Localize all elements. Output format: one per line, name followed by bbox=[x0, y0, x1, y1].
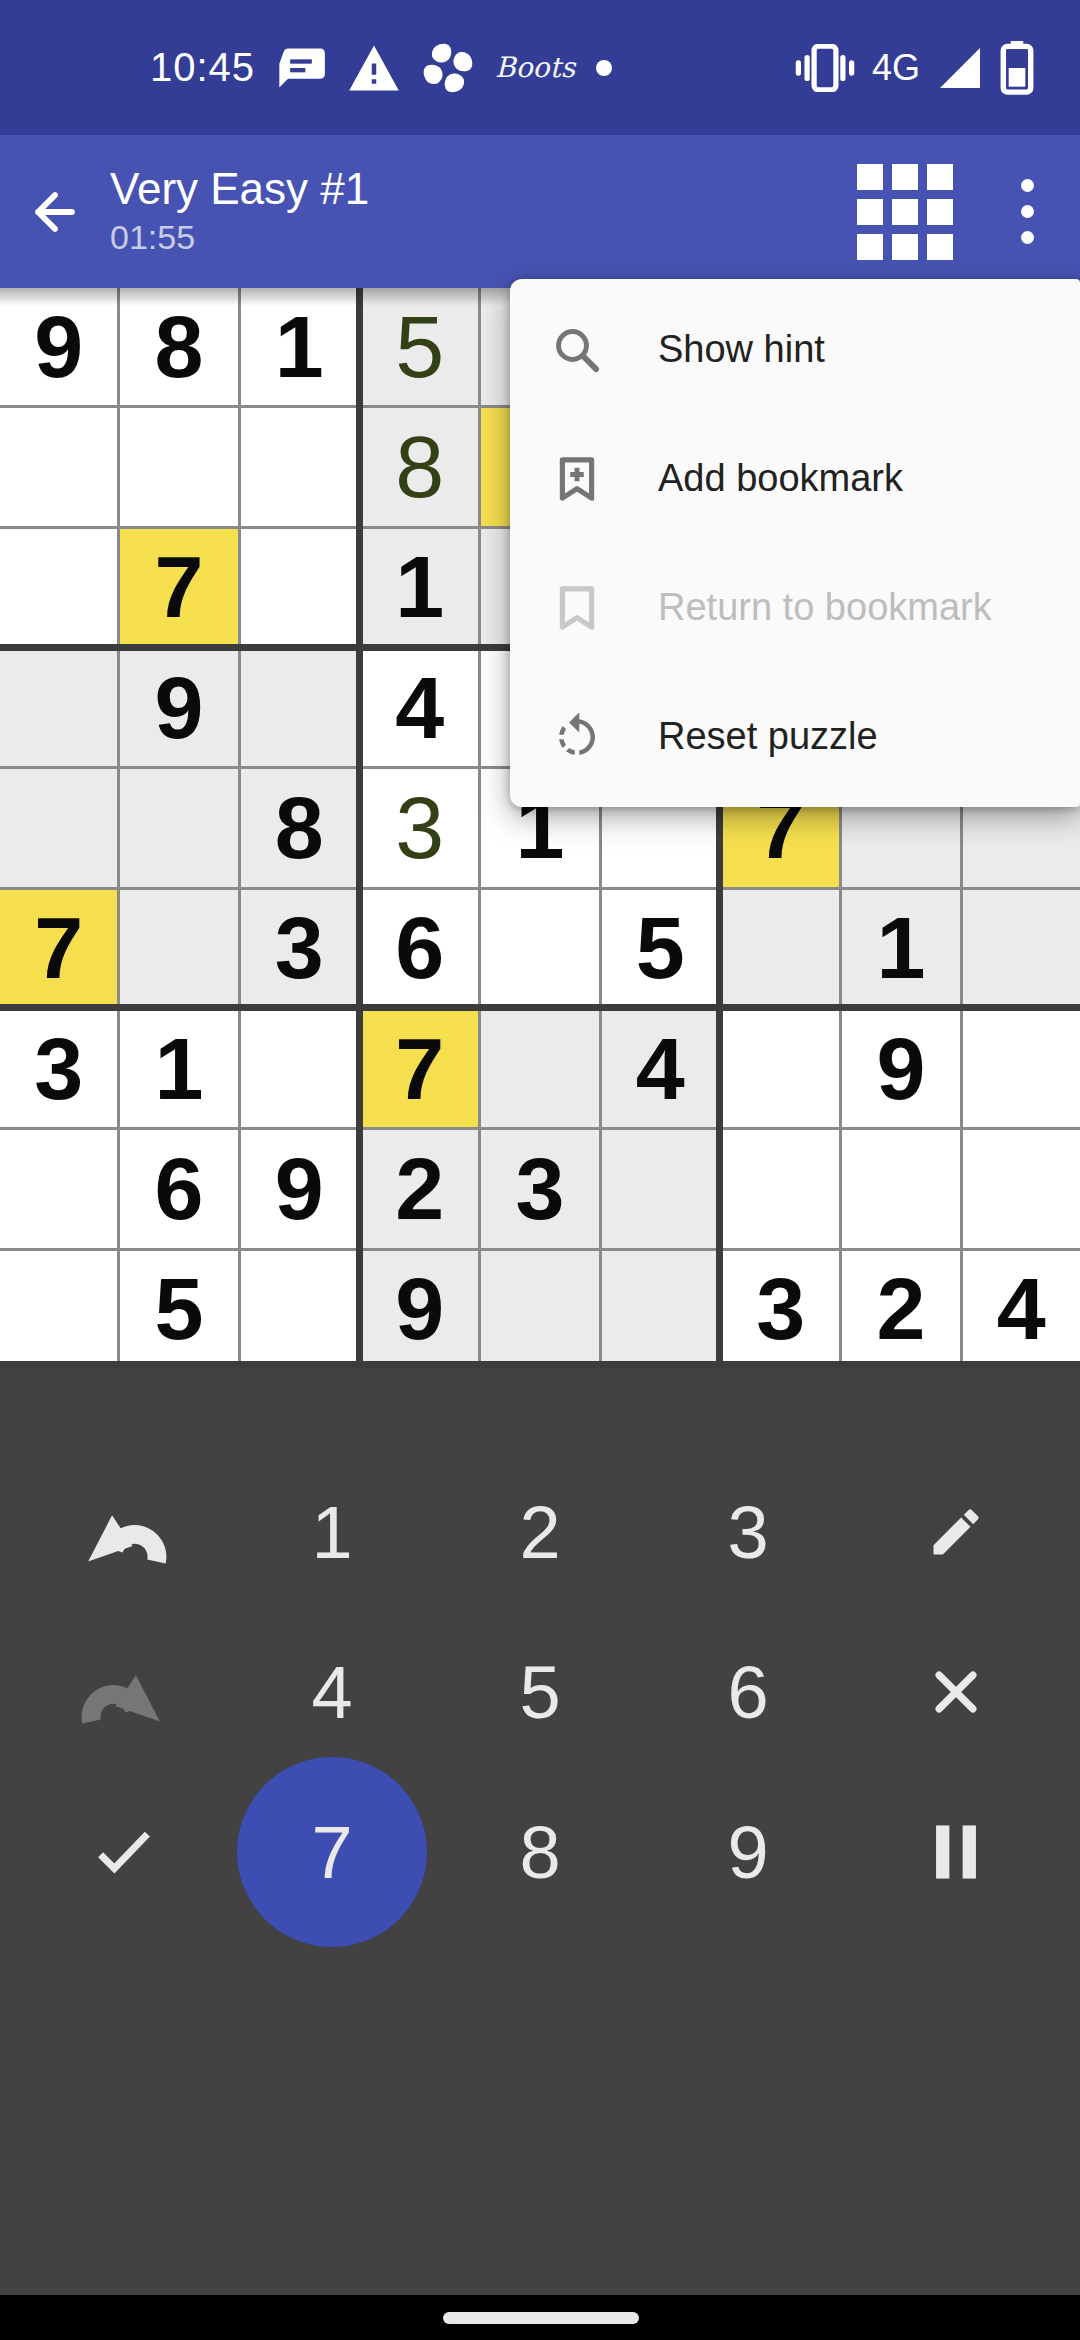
bookmark-icon bbox=[550, 581, 604, 635]
numpad-digit-4[interactable]: 4 bbox=[228, 1612, 436, 1772]
cell-r5c8[interactable] bbox=[963, 890, 1080, 1007]
cell-value: 9 bbox=[275, 1138, 324, 1240]
cell-r2c2[interactable] bbox=[241, 529, 358, 646]
magnifier-icon bbox=[550, 323, 604, 377]
cell-r5c1[interactable] bbox=[120, 890, 237, 1007]
cell-value: 3 bbox=[395, 777, 444, 879]
cell-r2c0[interactable] bbox=[0, 529, 117, 646]
numpad-digit-label: 5 bbox=[519, 1650, 560, 1735]
board-bottom-border bbox=[0, 1361, 1080, 1368]
cell-r5c3[interactable]: 6 bbox=[361, 890, 478, 1007]
cell-r6c5[interactable]: 4 bbox=[602, 1010, 719, 1127]
numpad-digit-2[interactable]: 2 bbox=[436, 1452, 644, 1612]
cell-r8c1[interactable]: 5 bbox=[120, 1251, 237, 1368]
notification-dot-icon bbox=[595, 59, 613, 77]
cell-r8c4[interactable] bbox=[481, 1251, 598, 1368]
numpad-digit-1[interactable]: 1 bbox=[228, 1452, 436, 1612]
bookmark-add-icon bbox=[550, 452, 604, 506]
cell-r1c3[interactable]: 8 bbox=[361, 408, 478, 525]
clear-icon bbox=[927, 1663, 985, 1721]
boots-logo: Boots bbox=[495, 51, 575, 84]
cell-r5c6[interactable] bbox=[722, 890, 839, 1007]
cell-value: 4 bbox=[636, 1018, 685, 1120]
cell-value: 1 bbox=[155, 1018, 204, 1120]
numpad-digit-label: 6 bbox=[727, 1650, 768, 1735]
cell-r6c8[interactable] bbox=[963, 1010, 1080, 1127]
numpad-digit-label: 7 bbox=[311, 1810, 352, 1895]
cell-r4c3[interactable]: 3 bbox=[361, 769, 478, 886]
cell-value: 7 bbox=[395, 1018, 444, 1120]
page-title: Very Easy #1 bbox=[110, 166, 369, 212]
menu-item-label: Reset puzzle bbox=[658, 715, 878, 758]
menu-item-add-bookmark[interactable]: Add bookmark bbox=[510, 414, 1080, 543]
numpad-digit-8[interactable]: 8 bbox=[436, 1772, 644, 1932]
clear-button[interactable] bbox=[852, 1612, 1060, 1772]
cell-r7c8[interactable] bbox=[963, 1130, 1080, 1247]
cell-r4c2[interactable]: 8 bbox=[241, 769, 358, 886]
cell-r7c2[interactable]: 9 bbox=[241, 1130, 358, 1247]
pause-icon bbox=[929, 1821, 983, 1883]
cell-value: 4 bbox=[395, 657, 444, 759]
gesture-nav-bar bbox=[0, 2295, 1080, 2340]
cell-value: 4 bbox=[997, 1258, 1046, 1360]
numpad-digit-label: 1 bbox=[311, 1490, 352, 1575]
cell-value: 8 bbox=[275, 777, 324, 879]
undo-icon bbox=[81, 1500, 167, 1564]
cell-r3c2[interactable] bbox=[241, 649, 358, 766]
pause-button[interactable] bbox=[852, 1772, 1060, 1932]
cell-r8c6[interactable]: 3 bbox=[722, 1251, 839, 1368]
cell-value: 3 bbox=[34, 1018, 83, 1120]
cell-r7c1[interactable]: 6 bbox=[120, 1130, 237, 1247]
number-pad: 123456789 bbox=[0, 1368, 1080, 2295]
status-left-cluster: 10:45 Boots bbox=[0, 41, 613, 95]
home-indicator[interactable] bbox=[443, 2312, 639, 2324]
redo-button[interactable] bbox=[20, 1612, 228, 1772]
cell-value: 7 bbox=[34, 897, 83, 999]
grid-3x3-icon[interactable] bbox=[857, 164, 953, 260]
cell-r8c5[interactable] bbox=[602, 1251, 719, 1368]
cell-value: 1 bbox=[877, 897, 926, 999]
menu-item-reset-puzzle[interactable]: Reset puzzle bbox=[510, 672, 1080, 801]
cell-r3c0[interactable] bbox=[0, 649, 117, 766]
block-divider bbox=[356, 288, 363, 1368]
cell-value: 1 bbox=[275, 296, 324, 398]
numpad-digit-label: 9 bbox=[727, 1810, 768, 1895]
cell-value: 9 bbox=[395, 1258, 444, 1360]
cell-value: 7 bbox=[155, 536, 204, 638]
menu-item-return-to-bookmark: Return to bookmark bbox=[510, 543, 1080, 672]
cell-r6c3[interactable]: 7 bbox=[361, 1010, 478, 1127]
numpad-digit-9[interactable]: 9 bbox=[644, 1772, 852, 1932]
cell-r4c1[interactable] bbox=[120, 769, 237, 886]
cell-value: 9 bbox=[877, 1018, 926, 1120]
cell-r7c7[interactable] bbox=[842, 1130, 959, 1247]
cell-value: 3 bbox=[516, 1138, 565, 1240]
cell-value: 8 bbox=[155, 296, 204, 398]
vibrate-icon bbox=[794, 44, 856, 92]
cell-r5c4[interactable] bbox=[481, 890, 598, 1007]
cell-r7c6[interactable] bbox=[722, 1130, 839, 1247]
cell-r5c5[interactable]: 5 bbox=[602, 890, 719, 1007]
cell-r5c0[interactable]: 7 bbox=[0, 890, 117, 1007]
cell-r6c4[interactable] bbox=[481, 1010, 598, 1127]
cell-r8c2[interactable] bbox=[241, 1251, 358, 1368]
numpad-digit-7[interactable]: 7 bbox=[228, 1772, 436, 1932]
messages-icon bbox=[275, 42, 327, 94]
numpad-digit-label: 4 bbox=[311, 1650, 352, 1735]
cell-r7c4[interactable]: 3 bbox=[481, 1130, 598, 1247]
cell-r3c3[interactable]: 4 bbox=[361, 649, 478, 766]
battery-icon bbox=[1000, 41, 1034, 95]
numpad-digit-5[interactable]: 5 bbox=[436, 1612, 644, 1772]
cell-r8c8[interactable]: 4 bbox=[963, 1251, 1080, 1368]
check-button[interactable] bbox=[20, 1772, 228, 1932]
cell-value: 8 bbox=[395, 416, 444, 518]
cell-r5c7[interactable]: 1 bbox=[842, 890, 959, 1007]
menu-item-show-hint[interactable]: Show hint bbox=[510, 285, 1080, 414]
cell-value: 5 bbox=[155, 1258, 204, 1360]
cell-value: 2 bbox=[877, 1258, 926, 1360]
game-timer: 01:55 bbox=[110, 218, 369, 257]
pencil-button[interactable] bbox=[852, 1452, 1060, 1612]
reset-rotate-left-icon bbox=[550, 710, 604, 764]
numpad-digit-label: 2 bbox=[519, 1490, 560, 1575]
cell-r2c1[interactable]: 7 bbox=[120, 529, 237, 646]
cell-r6c1[interactable]: 1 bbox=[120, 1010, 237, 1127]
cell-r5c2[interactable]: 3 bbox=[241, 890, 358, 1007]
arrow-left-icon bbox=[26, 183, 84, 241]
cell-r1c1[interactable] bbox=[120, 408, 237, 525]
numpad-digit-label: 8 bbox=[519, 1810, 560, 1895]
cell-value: 1 bbox=[395, 536, 444, 638]
overflow-menu-icon[interactable] bbox=[1011, 173, 1044, 250]
cell-value: 3 bbox=[756, 1258, 805, 1360]
overflow-dropdown-menu: Show hintAdd bookmarkReturn to bookmarkR… bbox=[510, 279, 1080, 807]
numpad-digit-label: 3 bbox=[727, 1490, 768, 1575]
cell-r8c3[interactable]: 9 bbox=[361, 1251, 478, 1368]
block-divider bbox=[0, 1004, 1080, 1011]
signal-icon bbox=[936, 44, 984, 92]
menu-item-label: Show hint bbox=[658, 328, 825, 371]
cell-r6c2[interactable] bbox=[241, 1010, 358, 1127]
cell-value: 9 bbox=[155, 657, 204, 759]
cell-value: 5 bbox=[395, 296, 444, 398]
status-bar: 10:45 Boots 4G bbox=[0, 0, 1080, 135]
cell-r1c2[interactable] bbox=[241, 408, 358, 525]
cell-r3c1[interactable]: 9 bbox=[120, 649, 237, 766]
cell-value: 2 bbox=[395, 1138, 444, 1240]
cell-r6c6[interactable] bbox=[722, 1010, 839, 1127]
cell-value: 3 bbox=[275, 897, 324, 999]
cell-r7c5[interactable] bbox=[602, 1130, 719, 1247]
check-icon bbox=[91, 1819, 157, 1885]
menu-item-label: Return to bookmark bbox=[658, 586, 992, 629]
cell-r2c3[interactable]: 1 bbox=[361, 529, 478, 646]
numpad-digit-6[interactable]: 6 bbox=[644, 1612, 852, 1772]
pencil-icon bbox=[926, 1502, 986, 1562]
cell-value: 6 bbox=[395, 897, 444, 999]
cell-value: 9 bbox=[34, 296, 83, 398]
cell-value: 5 bbox=[636, 897, 685, 999]
warning-icon bbox=[347, 43, 401, 93]
cell-r7c0[interactable] bbox=[0, 1130, 117, 1247]
app-bar: Very Easy #1 01:55 bbox=[0, 135, 1080, 288]
undo-button[interactable] bbox=[20, 1452, 228, 1612]
status-right-cluster: 4G bbox=[794, 41, 1080, 95]
cell-r6c7[interactable]: 9 bbox=[842, 1010, 959, 1127]
cell-r1c0[interactable] bbox=[0, 408, 117, 525]
cell-r8c0[interactable] bbox=[0, 1251, 117, 1368]
back-button[interactable] bbox=[0, 183, 110, 241]
menu-item-label: Add bookmark bbox=[658, 457, 903, 500]
status-time: 10:45 bbox=[150, 45, 255, 90]
cell-r8c7[interactable]: 2 bbox=[842, 1251, 959, 1368]
redo-icon bbox=[81, 1660, 167, 1724]
pinwheel-icon bbox=[421, 41, 475, 95]
phone-screen: 10:45 Boots 4G Very Easy #1 01:55 bbox=[0, 0, 1080, 2340]
cell-r6c0[interactable]: 3 bbox=[0, 1010, 117, 1127]
title-block: Very Easy #1 01:55 bbox=[110, 166, 369, 257]
cell-r7c3[interactable]: 2 bbox=[361, 1130, 478, 1247]
cell-value: 6 bbox=[155, 1138, 204, 1240]
cell-r4c0[interactable] bbox=[0, 769, 117, 886]
numpad-digit-3[interactable]: 3 bbox=[644, 1452, 852, 1612]
network-type-label: 4G bbox=[872, 47, 920, 89]
